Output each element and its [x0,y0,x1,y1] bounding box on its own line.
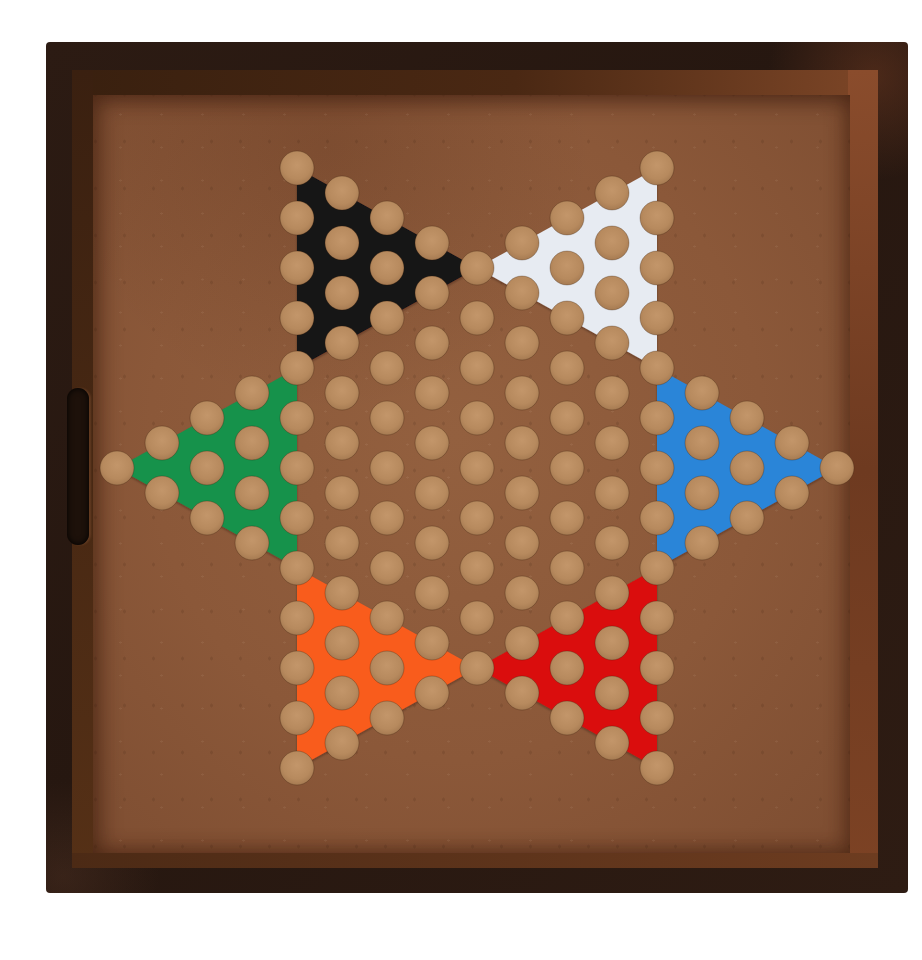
hole-c5-r7[interactable] [325,526,359,560]
hole-c4-r0[interactable] [280,151,314,185]
hole-c6-r3[interactable] [370,351,404,385]
hole-c6-r5[interactable] [370,451,404,485]
hole-c6-r9[interactable] [370,651,404,685]
hole-c15-r1[interactable] [775,476,809,510]
hole-c11-r1[interactable] [595,226,629,260]
hole-c12-r1[interactable] [640,201,674,235]
hole-c5-r11[interactable] [325,726,359,760]
hole-c5-r1[interactable] [325,226,359,260]
hole-c16-r0[interactable] [820,451,854,485]
hole-c9-r1[interactable] [505,276,539,310]
hole-c2-r2[interactable] [190,501,224,535]
board-svg [0,0,922,960]
hole-c1-r1[interactable] [145,476,179,510]
hole-c3-r1[interactable] [235,426,269,460]
hole-c8-r0[interactable] [460,251,494,285]
hole-c8-r2[interactable] [460,351,494,385]
hole-c5-r0[interactable] [325,176,359,210]
hole-c10-r1[interactable] [550,251,584,285]
hole-c12-r7[interactable] [640,501,674,535]
hole-c7-r1[interactable] [415,276,449,310]
hole-c12-r5[interactable] [640,401,674,435]
hole-c4-r1[interactable] [280,201,314,235]
hole-c9-r5[interactable] [505,476,539,510]
hole-c9-r7[interactable] [505,576,539,610]
hole-c13-r0[interactable] [685,376,719,410]
hole-c11-r6[interactable] [595,476,629,510]
hole-c4-r6[interactable] [280,451,314,485]
hole-c1-r0[interactable] [145,426,179,460]
hole-c2-r1[interactable] [190,451,224,485]
hole-c11-r0[interactable] [595,176,629,210]
hole-c4-r3[interactable] [280,301,314,335]
hole-c10-r9[interactable] [550,651,584,685]
hole-c8-r1[interactable] [460,301,494,335]
hole-c12-r0[interactable] [640,151,674,185]
hole-c12-r12[interactable] [640,751,674,785]
hole-c12-r4[interactable] [640,351,674,385]
hole-c4-r7[interactable] [280,501,314,535]
hole-c6-r4[interactable] [370,401,404,435]
hole-c7-r5[interactable] [415,476,449,510]
hole-c12-r8[interactable] [640,551,674,585]
hole-c10-r7[interactable] [550,551,584,585]
hole-c4-r5[interactable] [280,401,314,435]
hole-c5-r4[interactable] [325,376,359,410]
hole-c7-r6[interactable] [415,526,449,560]
hole-c5-r3[interactable] [325,326,359,360]
hole-c12-r3[interactable] [640,301,674,335]
hole-c5-r9[interactable] [325,626,359,660]
hole-c12-r9[interactable] [640,601,674,635]
hole-c14-r0[interactable] [730,401,764,435]
hole-c8-r7[interactable] [460,601,494,635]
hole-c2-r0[interactable] [190,401,224,435]
hole-c3-r3[interactable] [235,526,269,560]
hole-c3-r2[interactable] [235,476,269,510]
hole-c6-r10[interactable] [370,701,404,735]
hole-c11-r2[interactable] [595,276,629,310]
hole-c8-r8[interactable] [460,651,494,685]
hole-c12-r10[interactable] [640,651,674,685]
hole-c5-r10[interactable] [325,676,359,710]
hole-c9-r6[interactable] [505,526,539,560]
hole-c9-r0[interactable] [505,226,539,260]
hole-c9-r3[interactable] [505,376,539,410]
hole-c4-r4[interactable] [280,351,314,385]
hole-c10-r0[interactable] [550,201,584,235]
hole-c6-r2[interactable] [370,301,404,335]
hole-c7-r2[interactable] [415,326,449,360]
hole-c5-r5[interactable] [325,426,359,460]
hole-c11-r11[interactable] [595,726,629,760]
hole-c10-r2[interactable] [550,301,584,335]
hole-c12-r6[interactable] [640,451,674,485]
hole-c11-r3[interactable] [595,326,629,360]
hole-c6-r1[interactable] [370,251,404,285]
hole-c11-r9[interactable] [595,626,629,660]
hole-c11-r4[interactable] [595,376,629,410]
hole-c6-r6[interactable] [370,501,404,535]
hole-c11-r7[interactable] [595,526,629,560]
hole-c10-r5[interactable] [550,451,584,485]
hole-c13-r3[interactable] [685,526,719,560]
hole-c11-r10[interactable] [595,676,629,710]
hole-c9-r9[interactable] [505,676,539,710]
hole-c8-r4[interactable] [460,451,494,485]
hole-c4-r9[interactable] [280,601,314,635]
hole-c10-r6[interactable] [550,501,584,535]
hole-c0-r0[interactable] [100,451,134,485]
board-photo [0,0,922,960]
hole-c15-r0[interactable] [775,426,809,460]
hole-c14-r1[interactable] [730,451,764,485]
hole-c9-r8[interactable] [505,626,539,660]
hole-c10-r8[interactable] [550,601,584,635]
hole-c11-r5[interactable] [595,426,629,460]
hole-c10-r4[interactable] [550,401,584,435]
hole-c8-r3[interactable] [460,401,494,435]
hole-c10-r3[interactable] [550,351,584,385]
hole-c7-r3[interactable] [415,376,449,410]
hole-c7-r9[interactable] [415,676,449,710]
hole-c7-r7[interactable] [415,576,449,610]
hole-c7-r0[interactable] [415,226,449,260]
hole-c7-r8[interactable] [415,626,449,660]
hole-c4-r12[interactable] [280,751,314,785]
hole-c6-r0[interactable] [370,201,404,235]
hole-c10-r10[interactable] [550,701,584,735]
hole-c13-r2[interactable] [685,476,719,510]
hole-c4-r10[interactable] [280,651,314,685]
hole-c14-r2[interactable] [730,501,764,535]
hole-c9-r4[interactable] [505,426,539,460]
hole-c5-r6[interactable] [325,476,359,510]
hole-c8-r5[interactable] [460,501,494,535]
hole-c4-r11[interactable] [280,701,314,735]
hole-c13-r1[interactable] [685,426,719,460]
hole-c7-r4[interactable] [415,426,449,460]
hole-c9-r2[interactable] [505,326,539,360]
hole-c12-r11[interactable] [640,701,674,735]
hole-c4-r2[interactable] [280,251,314,285]
hole-c3-r0[interactable] [235,376,269,410]
hole-c4-r8[interactable] [280,551,314,585]
hole-c5-r8[interactable] [325,576,359,610]
hole-c6-r7[interactable] [370,551,404,585]
hole-c6-r8[interactable] [370,601,404,635]
hole-c12-r2[interactable] [640,251,674,285]
hole-c5-r2[interactable] [325,276,359,310]
hole-grid [100,151,854,785]
hole-c8-r6[interactable] [460,551,494,585]
hole-c11-r8[interactable] [595,576,629,610]
